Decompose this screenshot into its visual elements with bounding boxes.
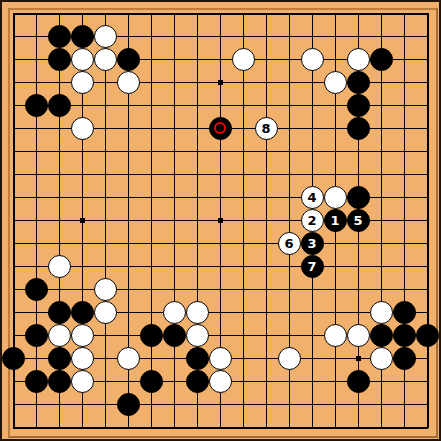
black-stone xyxy=(209,117,232,140)
intersection xyxy=(94,324,117,347)
intersection xyxy=(347,2,370,25)
white-stone xyxy=(347,48,370,71)
intersection xyxy=(324,2,347,25)
intersection xyxy=(117,186,140,209)
intersection xyxy=(117,140,140,163)
intersection xyxy=(324,324,347,347)
star-point xyxy=(356,356,361,361)
intersection xyxy=(393,301,416,324)
intersection xyxy=(140,393,163,416)
intersection xyxy=(255,94,278,117)
star-point xyxy=(80,218,85,223)
black-stone xyxy=(140,324,163,347)
white-stone xyxy=(370,301,393,324)
intersection xyxy=(186,209,209,232)
intersection xyxy=(163,186,186,209)
go-board: 84215637 xyxy=(2,2,439,439)
intersection xyxy=(71,25,94,48)
intersection xyxy=(209,163,232,186)
intersection xyxy=(209,209,232,232)
intersection xyxy=(416,94,439,117)
black-stone xyxy=(48,347,71,370)
intersection xyxy=(140,347,163,370)
black-stone xyxy=(71,301,94,324)
intersection xyxy=(94,209,117,232)
intersection xyxy=(163,278,186,301)
intersection xyxy=(416,140,439,163)
intersection xyxy=(186,370,209,393)
white-stone xyxy=(370,347,393,370)
black-stone xyxy=(48,301,71,324)
white-stone xyxy=(186,301,209,324)
intersection xyxy=(48,370,71,393)
white-stone xyxy=(71,370,94,393)
intersection xyxy=(324,278,347,301)
intersection xyxy=(71,71,94,94)
intersection xyxy=(370,117,393,140)
intersection xyxy=(278,48,301,71)
intersection xyxy=(186,94,209,117)
black-stone xyxy=(48,94,71,117)
intersection xyxy=(186,163,209,186)
intersection xyxy=(255,255,278,278)
intersection xyxy=(94,370,117,393)
intersection xyxy=(255,2,278,25)
intersection xyxy=(393,278,416,301)
intersection xyxy=(278,393,301,416)
intersection xyxy=(278,416,301,439)
intersection xyxy=(324,71,347,94)
intersection xyxy=(301,416,324,439)
intersection xyxy=(117,370,140,393)
intersection xyxy=(301,94,324,117)
intersection xyxy=(163,71,186,94)
go-board-diagram: 84215637 xyxy=(0,0,441,441)
black-stone xyxy=(117,48,140,71)
intersection xyxy=(416,255,439,278)
intersection xyxy=(94,2,117,25)
intersection xyxy=(255,163,278,186)
intersection xyxy=(301,48,324,71)
black-stone xyxy=(48,48,71,71)
intersection xyxy=(324,25,347,48)
intersection xyxy=(393,347,416,370)
intersection xyxy=(186,255,209,278)
intersection xyxy=(278,25,301,48)
intersection xyxy=(347,278,370,301)
intersection xyxy=(324,255,347,278)
intersection xyxy=(2,347,25,370)
white-stone xyxy=(94,25,117,48)
intersection xyxy=(140,25,163,48)
intersection xyxy=(2,140,25,163)
intersection xyxy=(416,416,439,439)
intersection xyxy=(71,2,94,25)
intersection xyxy=(48,209,71,232)
intersection xyxy=(71,163,94,186)
intersection xyxy=(393,117,416,140)
white-stone xyxy=(94,278,117,301)
intersection xyxy=(347,255,370,278)
intersection xyxy=(48,117,71,140)
intersection xyxy=(347,25,370,48)
intersection xyxy=(140,163,163,186)
black-stone: 1 xyxy=(324,209,347,232)
intersection xyxy=(255,393,278,416)
white-stone xyxy=(209,347,232,370)
intersection xyxy=(71,278,94,301)
intersection xyxy=(416,2,439,25)
intersection xyxy=(163,140,186,163)
intersection xyxy=(25,2,48,25)
intersection xyxy=(25,232,48,255)
intersection xyxy=(186,117,209,140)
intersection xyxy=(117,2,140,25)
intersection xyxy=(71,140,94,163)
intersection xyxy=(2,232,25,255)
intersection xyxy=(94,140,117,163)
black-stone: 5 xyxy=(347,209,370,232)
intersection xyxy=(393,2,416,25)
intersection xyxy=(416,117,439,140)
intersection xyxy=(324,347,347,370)
intersection xyxy=(370,163,393,186)
intersection xyxy=(117,117,140,140)
intersection xyxy=(393,393,416,416)
intersection xyxy=(163,48,186,71)
intersection xyxy=(94,186,117,209)
intersection xyxy=(25,370,48,393)
intersection xyxy=(278,94,301,117)
intersection xyxy=(94,232,117,255)
intersection xyxy=(140,370,163,393)
intersection xyxy=(278,347,301,370)
white-stone xyxy=(48,255,71,278)
black-stone xyxy=(393,347,416,370)
black-stone xyxy=(186,370,209,393)
move-number-label: 7 xyxy=(307,260,316,273)
white-stone xyxy=(324,324,347,347)
black-stone xyxy=(393,301,416,324)
intersection xyxy=(301,117,324,140)
intersection xyxy=(2,163,25,186)
intersection xyxy=(94,71,117,94)
move-number-label: 5 xyxy=(353,214,362,227)
move-number-label: 3 xyxy=(307,237,316,250)
intersection xyxy=(186,186,209,209)
intersection xyxy=(232,278,255,301)
intersection xyxy=(370,393,393,416)
intersection xyxy=(255,25,278,48)
intersection xyxy=(232,94,255,117)
intersection xyxy=(278,370,301,393)
intersection xyxy=(48,186,71,209)
intersection xyxy=(278,2,301,25)
intersection xyxy=(117,301,140,324)
intersection xyxy=(186,278,209,301)
black-stone xyxy=(117,393,140,416)
white-stone: 4 xyxy=(301,186,324,209)
intersection xyxy=(393,186,416,209)
intersection xyxy=(117,347,140,370)
intersection xyxy=(301,347,324,370)
intersection xyxy=(370,324,393,347)
white-stone xyxy=(71,347,94,370)
intersection xyxy=(278,324,301,347)
intersection xyxy=(278,301,301,324)
intersection xyxy=(25,117,48,140)
intersection xyxy=(186,140,209,163)
intersection xyxy=(347,71,370,94)
intersection xyxy=(140,186,163,209)
intersection xyxy=(393,232,416,255)
intersection xyxy=(163,209,186,232)
intersection xyxy=(209,71,232,94)
intersection xyxy=(25,48,48,71)
intersection xyxy=(117,48,140,71)
intersection xyxy=(393,48,416,71)
intersection xyxy=(393,255,416,278)
intersection xyxy=(324,48,347,71)
intersection xyxy=(117,71,140,94)
intersection xyxy=(117,324,140,347)
intersection: 4 xyxy=(301,186,324,209)
intersection xyxy=(2,94,25,117)
intersection xyxy=(416,71,439,94)
intersection xyxy=(117,393,140,416)
intersection: 5 xyxy=(347,209,370,232)
black-stone xyxy=(2,347,25,370)
intersection xyxy=(416,25,439,48)
intersection xyxy=(186,347,209,370)
black-stone xyxy=(347,186,370,209)
intersection xyxy=(347,301,370,324)
intersection xyxy=(416,48,439,71)
intersection xyxy=(140,301,163,324)
star-point xyxy=(218,80,223,85)
black-stone xyxy=(48,370,71,393)
move-number-label: 1 xyxy=(330,214,339,227)
intersection xyxy=(393,163,416,186)
intersection xyxy=(2,209,25,232)
white-stone xyxy=(163,301,186,324)
intersection xyxy=(163,416,186,439)
intersection xyxy=(186,324,209,347)
white-stone xyxy=(232,48,255,71)
intersection xyxy=(140,416,163,439)
intersection xyxy=(370,301,393,324)
intersection xyxy=(347,324,370,347)
intersection xyxy=(232,393,255,416)
intersection xyxy=(301,370,324,393)
intersection xyxy=(48,163,71,186)
intersection xyxy=(301,278,324,301)
intersection xyxy=(25,209,48,232)
intersection xyxy=(232,25,255,48)
intersection xyxy=(278,255,301,278)
intersection xyxy=(324,301,347,324)
intersection xyxy=(140,48,163,71)
white-stone xyxy=(71,71,94,94)
white-stone xyxy=(347,324,370,347)
intersection xyxy=(347,416,370,439)
black-stone xyxy=(347,94,370,117)
intersection xyxy=(117,255,140,278)
intersection xyxy=(71,209,94,232)
intersection xyxy=(48,48,71,71)
intersection xyxy=(163,347,186,370)
intersection xyxy=(255,278,278,301)
move-number-label: 6 xyxy=(284,237,293,250)
intersection xyxy=(186,416,209,439)
white-stone xyxy=(71,324,94,347)
intersection xyxy=(94,301,117,324)
intersection xyxy=(48,278,71,301)
intersection xyxy=(2,2,25,25)
intersection xyxy=(163,2,186,25)
intersection xyxy=(163,370,186,393)
intersection xyxy=(209,255,232,278)
intersection xyxy=(209,347,232,370)
intersection xyxy=(393,416,416,439)
black-stone xyxy=(347,117,370,140)
black-stone xyxy=(140,370,163,393)
star-point xyxy=(218,218,223,223)
intersection: 2 xyxy=(301,209,324,232)
intersection xyxy=(2,370,25,393)
black-stone xyxy=(71,25,94,48)
intersection xyxy=(48,301,71,324)
intersection xyxy=(347,163,370,186)
white-stone xyxy=(301,48,324,71)
black-stone xyxy=(25,94,48,117)
intersection xyxy=(25,94,48,117)
intersection xyxy=(209,416,232,439)
intersection xyxy=(278,163,301,186)
intersection xyxy=(71,324,94,347)
intersection xyxy=(370,416,393,439)
intersection xyxy=(278,278,301,301)
intersection xyxy=(94,278,117,301)
intersection xyxy=(163,324,186,347)
intersection xyxy=(324,117,347,140)
intersection xyxy=(324,370,347,393)
intersection xyxy=(416,163,439,186)
intersection xyxy=(393,140,416,163)
intersection xyxy=(209,117,232,140)
intersection xyxy=(140,2,163,25)
intersection xyxy=(163,94,186,117)
intersection xyxy=(324,140,347,163)
intersection xyxy=(2,278,25,301)
intersection xyxy=(163,163,186,186)
black-stone xyxy=(25,278,48,301)
white-stone xyxy=(117,71,140,94)
intersection xyxy=(140,140,163,163)
circle-mark xyxy=(214,122,226,134)
intersection xyxy=(209,301,232,324)
white-stone xyxy=(71,48,94,71)
intersection xyxy=(347,393,370,416)
intersection xyxy=(117,232,140,255)
intersection xyxy=(71,186,94,209)
white-stone: 8 xyxy=(255,117,278,140)
black-stone xyxy=(25,324,48,347)
intersection xyxy=(117,209,140,232)
intersection xyxy=(255,232,278,255)
intersection xyxy=(393,324,416,347)
intersection: 8 xyxy=(255,117,278,140)
intersection xyxy=(71,347,94,370)
intersection xyxy=(94,347,117,370)
intersection xyxy=(209,232,232,255)
intersection xyxy=(25,71,48,94)
intersection xyxy=(370,278,393,301)
intersection xyxy=(163,301,186,324)
intersection xyxy=(2,324,25,347)
intersection xyxy=(255,186,278,209)
intersection xyxy=(278,186,301,209)
intersection xyxy=(163,393,186,416)
intersection xyxy=(186,301,209,324)
intersection xyxy=(186,71,209,94)
intersection xyxy=(140,94,163,117)
white-stone xyxy=(94,301,117,324)
white-stone xyxy=(278,347,301,370)
intersection xyxy=(416,232,439,255)
intersection xyxy=(140,255,163,278)
intersection xyxy=(416,186,439,209)
intersection xyxy=(163,25,186,48)
intersection xyxy=(278,117,301,140)
intersection xyxy=(71,370,94,393)
black-stone xyxy=(163,324,186,347)
intersection xyxy=(2,71,25,94)
intersection xyxy=(163,232,186,255)
intersection xyxy=(255,140,278,163)
black-stone: 7 xyxy=(301,255,324,278)
intersection xyxy=(117,416,140,439)
intersection xyxy=(209,370,232,393)
intersection xyxy=(140,71,163,94)
intersection xyxy=(186,48,209,71)
intersection xyxy=(324,94,347,117)
intersection xyxy=(232,209,255,232)
intersection xyxy=(301,301,324,324)
intersection xyxy=(255,71,278,94)
intersection xyxy=(140,232,163,255)
intersection xyxy=(301,393,324,416)
move-number-label: 4 xyxy=(307,191,316,204)
intersection xyxy=(25,140,48,163)
intersection xyxy=(140,209,163,232)
intersection xyxy=(94,25,117,48)
intersection xyxy=(301,25,324,48)
intersection xyxy=(324,393,347,416)
intersection xyxy=(255,301,278,324)
intersection xyxy=(2,393,25,416)
white-stone: 6 xyxy=(278,232,301,255)
black-stone xyxy=(347,370,370,393)
intersection xyxy=(416,278,439,301)
white-stone xyxy=(209,370,232,393)
intersection xyxy=(209,94,232,117)
white-stone xyxy=(324,71,347,94)
intersection xyxy=(2,416,25,439)
black-stone xyxy=(416,324,439,347)
intersection xyxy=(25,186,48,209)
intersection xyxy=(71,232,94,255)
